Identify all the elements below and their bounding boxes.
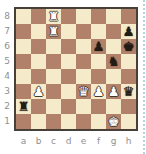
square-f1[interactable] xyxy=(91,114,106,129)
square-a3[interactable] xyxy=(16,84,31,99)
black-king[interactable]: ♚ xyxy=(123,39,135,54)
dotted-border xyxy=(143,0,145,154)
square-d4[interactable] xyxy=(61,69,76,84)
file-label-g: g xyxy=(106,135,121,147)
square-h6[interactable]: ♚ xyxy=(121,39,136,54)
square-g7[interactable] xyxy=(106,24,121,39)
square-d8[interactable] xyxy=(61,9,76,24)
square-f3[interactable]: ♟ xyxy=(91,84,106,99)
square-h7[interactable]: ♟ xyxy=(121,24,136,39)
square-a5[interactable] xyxy=(16,54,31,69)
rank-label-1: 1 xyxy=(2,114,12,129)
square-f5[interactable] xyxy=(91,54,106,69)
white-rook[interactable]: ♜ xyxy=(48,24,60,39)
square-b6[interactable] xyxy=(31,39,46,54)
white-rook[interactable]: ♜ xyxy=(48,9,60,24)
rank-labels: 87654321 xyxy=(2,9,12,129)
square-b2[interactable] xyxy=(31,99,46,114)
square-g4[interactable] xyxy=(106,69,121,84)
black-knight[interactable]: ♞ xyxy=(108,54,120,69)
black-rook[interactable]: ♜ xyxy=(18,99,30,114)
white-king[interactable]: ♚ xyxy=(108,114,120,129)
square-c3[interactable] xyxy=(46,84,61,99)
square-e7[interactable] xyxy=(76,24,91,39)
square-d6[interactable] xyxy=(61,39,76,54)
square-h3[interactable]: ♛ xyxy=(121,84,136,99)
square-c1[interactable] xyxy=(46,114,61,129)
rank-label-5: 5 xyxy=(2,54,12,69)
rank-label-4: 4 xyxy=(2,69,12,84)
square-b7[interactable] xyxy=(31,24,46,39)
square-e3[interactable]: ♛ xyxy=(76,84,91,99)
file-label-a: a xyxy=(16,135,31,147)
square-b5[interactable] xyxy=(31,54,46,69)
square-a2[interactable]: ♜ xyxy=(16,99,31,114)
white-pawn[interactable]: ♟ xyxy=(33,84,45,99)
square-a4[interactable] xyxy=(16,69,31,84)
square-g3[interactable]: ♟ xyxy=(106,84,121,99)
rank-label-8: 8 xyxy=(2,9,12,24)
file-label-b: b xyxy=(31,135,46,147)
square-e8[interactable] xyxy=(76,9,91,24)
square-d1[interactable] xyxy=(61,114,76,129)
square-a1[interactable] xyxy=(16,114,31,129)
square-h4[interactable] xyxy=(121,69,136,84)
square-a8[interactable] xyxy=(16,9,31,24)
white-queen[interactable]: ♛ xyxy=(78,84,90,99)
square-h1[interactable] xyxy=(121,114,136,129)
chess-board[interactable]: ♜♜♟♟♚♞♟♛♟♟♛♜♚ xyxy=(14,7,138,131)
square-a6[interactable] xyxy=(16,39,31,54)
square-c4[interactable] xyxy=(46,69,61,84)
square-c6[interactable] xyxy=(46,39,61,54)
square-h5[interactable] xyxy=(121,54,136,69)
rank-label-6: 6 xyxy=(2,39,12,54)
square-c7[interactable]: ♜ xyxy=(46,24,61,39)
square-d3[interactable] xyxy=(61,84,76,99)
square-d2[interactable] xyxy=(61,99,76,114)
black-pawn[interactable]: ♟ xyxy=(93,39,105,54)
white-pawn[interactable]: ♟ xyxy=(108,84,120,99)
square-g5[interactable]: ♞ xyxy=(106,54,121,69)
file-labels: abcdefgh xyxy=(16,135,136,147)
square-b4[interactable] xyxy=(31,69,46,84)
square-b3[interactable]: ♟ xyxy=(31,84,46,99)
square-g2[interactable] xyxy=(106,99,121,114)
square-f7[interactable] xyxy=(91,24,106,39)
square-e4[interactable] xyxy=(76,69,91,84)
square-f8[interactable] xyxy=(91,9,106,24)
square-d7[interactable] xyxy=(61,24,76,39)
square-b8[interactable] xyxy=(31,9,46,24)
rank-label-2: 2 xyxy=(2,99,12,114)
square-f2[interactable] xyxy=(91,99,106,114)
square-c5[interactable] xyxy=(46,54,61,69)
square-f6[interactable]: ♟ xyxy=(91,39,106,54)
file-label-c: c xyxy=(46,135,61,147)
square-c2[interactable] xyxy=(46,99,61,114)
square-f4[interactable] xyxy=(91,69,106,84)
square-e5[interactable] xyxy=(76,54,91,69)
square-a7[interactable] xyxy=(16,24,31,39)
square-e1[interactable] xyxy=(76,114,91,129)
square-g6[interactable] xyxy=(106,39,121,54)
square-b1[interactable] xyxy=(31,114,46,129)
square-d5[interactable] xyxy=(61,54,76,69)
square-e6[interactable] xyxy=(76,39,91,54)
square-h2[interactable] xyxy=(121,99,136,114)
rank-label-3: 3 xyxy=(2,84,12,99)
file-label-e: e xyxy=(76,135,91,147)
square-c8[interactable]: ♜ xyxy=(46,9,61,24)
file-label-f: f xyxy=(91,135,106,147)
black-pawn[interactable]: ♟ xyxy=(123,24,135,39)
black-queen[interactable]: ♛ xyxy=(123,84,135,99)
square-h8[interactable] xyxy=(121,9,136,24)
file-label-d: d xyxy=(61,135,76,147)
rank-label-7: 7 xyxy=(2,24,12,39)
square-g1[interactable]: ♚ xyxy=(106,114,121,129)
square-e2[interactable] xyxy=(76,99,91,114)
file-label-h: h xyxy=(121,135,136,147)
white-pawn[interactable]: ♟ xyxy=(93,84,105,99)
square-g8[interactable] xyxy=(106,9,121,24)
chess-diagram: 87654321 ♜♜♟♟♚♞♟♛♟♟♛♜♚ abcdefgh xyxy=(0,0,146,154)
